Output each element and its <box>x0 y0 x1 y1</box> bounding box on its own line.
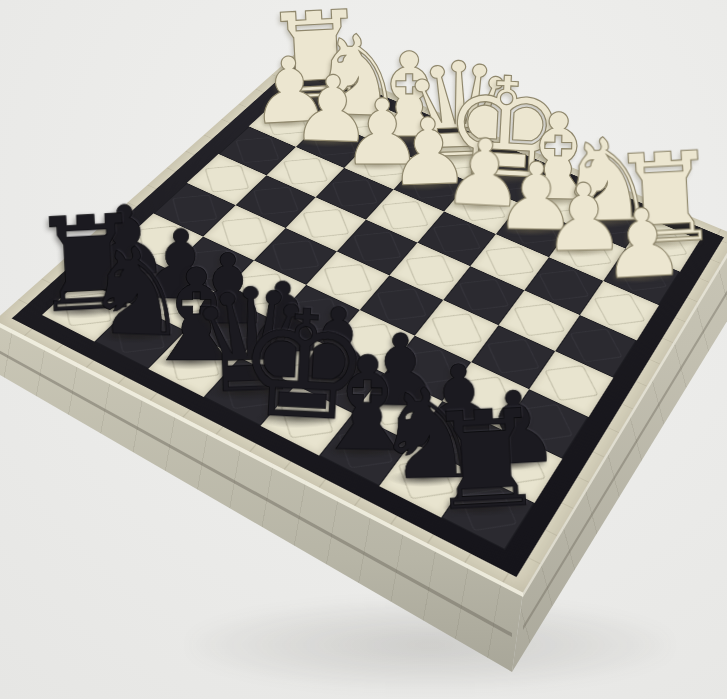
piece-black-rook-h8: ♜ <box>423 390 550 530</box>
piece-white-pawn-h2: ♟ <box>598 195 687 293</box>
chess-box-product-photo: ♜♞♝♛♚♝♞♜♟♟♟♟♟♟♟♟♟♟♟♟♟♟♟♟♜♞♝♛♚♝♞♜ <box>0 0 727 699</box>
